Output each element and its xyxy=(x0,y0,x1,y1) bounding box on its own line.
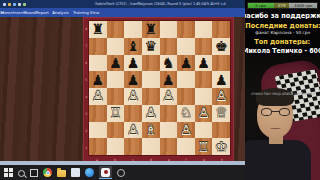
white-pawn-piece[interactable]: ♙ xyxy=(127,122,140,136)
chess-app-icon xyxy=(101,168,110,177)
search-icon[interactable] xyxy=(18,170,25,177)
qat-save-icon[interactable] xyxy=(13,3,16,6)
black-pawn-piece[interactable]: ♟ xyxy=(127,55,140,69)
black-pawn-piece[interactable]: ♟ xyxy=(109,55,122,69)
black-knight-piece[interactable]: ♞ xyxy=(162,55,175,69)
square-b8[interactable] xyxy=(107,21,125,38)
menu-item-board[interactable]: Board xyxy=(24,10,36,15)
square-b2[interactable] xyxy=(107,122,125,139)
square-c4[interactable]: ♙ xyxy=(124,88,142,105)
white-pawn-piece[interactable]: ♙ xyxy=(180,122,193,136)
square-f2[interactable]: ♙ xyxy=(177,122,195,139)
black-king-piece[interactable]: ♚ xyxy=(215,39,228,53)
qat-undo-icon[interactable] xyxy=(18,3,21,6)
square-e5[interactable]: ♟ xyxy=(160,71,178,88)
square-a6[interactable] xyxy=(89,55,107,72)
square-g4[interactable] xyxy=(195,88,213,105)
rank-label: 4 xyxy=(85,93,87,101)
square-h7[interactable]: ♚ xyxy=(212,38,230,55)
rank-label: 6 xyxy=(85,59,87,67)
square-e2[interactable] xyxy=(160,122,178,139)
qat-open-icon[interactable] xyxy=(8,3,11,6)
square-b7[interactable] xyxy=(107,38,125,55)
black-queen-piece[interactable]: ♛ xyxy=(144,39,157,53)
square-c6[interactable]: ♟ xyxy=(124,55,142,72)
webcam-feed: chess-fan-resp.diaka.ua/donate xyxy=(245,56,320,180)
square-d2[interactable]: ♗ xyxy=(142,122,160,139)
quick-access-toolbar xyxy=(3,3,26,6)
chess-app-taskbar-active[interactable] xyxy=(99,166,112,179)
square-c7[interactable]: ♝ xyxy=(124,38,142,55)
square-c1[interactable] xyxy=(124,138,142,155)
white-pawn-piece[interactable]: ♙ xyxy=(162,89,175,103)
square-b1[interactable] xyxy=(107,138,125,155)
square-d8[interactable]: ♜ xyxy=(142,21,160,38)
streamer-shirt xyxy=(245,140,311,180)
black-bishop-piece[interactable]: ♝ xyxy=(127,39,140,53)
white-pawn-piece[interactable]: ♙ xyxy=(127,89,140,103)
square-g1[interactable]: ♖ xyxy=(195,138,213,155)
rank-label: 7 xyxy=(85,42,87,50)
black-pawn-piece[interactable]: ♟ xyxy=(197,55,210,69)
square-a7[interactable] xyxy=(89,38,107,55)
qat-new-icon[interactable] xyxy=(3,3,6,6)
square-c5[interactable]: ♟ xyxy=(124,71,142,88)
square-a2[interactable] xyxy=(89,122,107,139)
square-a5[interactable]: ♟ xyxy=(89,71,107,88)
square-a8[interactable]: ♜ xyxy=(89,21,107,38)
rank-label: 8 xyxy=(85,25,87,33)
white-pawn-piece[interactable]: ♙ xyxy=(197,106,210,120)
square-f1[interactable] xyxy=(177,138,195,155)
menu-item-training[interactable]: Training xyxy=(73,10,89,15)
menu-item-analysis[interactable]: Analysis xyxy=(52,10,68,15)
square-f3[interactable]: ♘ xyxy=(177,105,195,122)
donation-goal-bar: 5 грн 279 1000 грн xyxy=(247,2,318,9)
qat-redo-icon[interactable] xyxy=(23,3,26,6)
chess-app-window: GabrielSork (2701) - IvanMalyzvan (2604)… xyxy=(0,0,245,180)
white-rook-piece[interactable]: ♖ xyxy=(109,106,122,120)
rank-label: 3 xyxy=(85,110,87,118)
square-f7[interactable] xyxy=(177,38,195,55)
square-b6[interactable]: ♟ xyxy=(107,55,125,72)
app-content: 87654321 abcdefgh ♜♜♝♛♚♟♟♞♟♟♟♟♟♟♙♙♙♙♖♙♘♙… xyxy=(0,17,245,165)
white-pawn-piece[interactable]: ♙ xyxy=(92,89,105,103)
square-d1[interactable] xyxy=(142,138,160,155)
square-c2[interactable]: ♙ xyxy=(124,122,142,139)
rank-label: 5 xyxy=(85,76,87,84)
thanks-text: Спасибо за поддержку! xyxy=(245,12,320,20)
square-d6[interactable] xyxy=(142,55,160,72)
screen: GabrielSork (2701) - IvanMalyzvan (2604)… xyxy=(0,0,320,180)
chess-board[interactable]: 87654321 abcdefgh ♜♜♝♛♚♟♟♞♟♟♟♟♟♟♙♙♙♙♖♙♘♙… xyxy=(83,17,234,163)
black-pawn-piece[interactable]: ♟ xyxy=(215,72,228,86)
start-button-icon[interactable] xyxy=(4,168,13,177)
square-d3[interactable]: ♙ xyxy=(142,105,160,122)
square-e8[interactable] xyxy=(160,21,178,38)
square-g6[interactable]: ♟ xyxy=(195,55,213,72)
titlebar: GabrielSork (2701) - IvanMalyzvan (2604)… xyxy=(0,0,245,8)
file-explorer-icon[interactable] xyxy=(57,170,66,177)
square-a3[interactable] xyxy=(89,105,107,122)
chrome-icon[interactable] xyxy=(43,168,52,177)
white-bishop-piece[interactable]: ♗ xyxy=(144,122,157,136)
white-king-piece[interactable]: ♔ xyxy=(215,139,228,153)
goal-target-segment: 1000 грн xyxy=(289,3,317,8)
square-g3[interactable]: ♙ xyxy=(195,105,213,122)
square-h5[interactable]: ♟ xyxy=(212,71,230,88)
taskbar xyxy=(0,165,245,180)
black-pawn-piece[interactable]: ♟ xyxy=(162,72,175,86)
board-grid[interactable]: ♜♜♝♛♚♟♟♞♟♟♟♟♟♟♙♙♙♙♖♙♘♙♕♙♗♙♖♔ xyxy=(88,20,231,156)
square-a4[interactable]: ♙ xyxy=(89,88,107,105)
square-h2[interactable] xyxy=(212,122,230,139)
menu-bar: FileHomeInsertBoardReportAnalysisTrainin… xyxy=(0,8,245,17)
recent-donation-entry: фанат Карлсона - 50 грн xyxy=(255,31,310,36)
square-d5[interactable] xyxy=(142,71,160,88)
black-pawn-piece[interactable]: ♟ xyxy=(92,72,105,86)
streamer-hair xyxy=(256,88,294,106)
square-h1[interactable]: ♔ xyxy=(212,138,230,155)
square-b5[interactable] xyxy=(107,71,125,88)
square-f4[interactable] xyxy=(177,88,195,105)
square-e4[interactable]: ♙ xyxy=(160,88,178,105)
black-pawn-piece[interactable]: ♟ xyxy=(180,55,193,69)
square-e6[interactable]: ♞ xyxy=(160,55,178,72)
top-donators-header: Топ донатеры: xyxy=(254,38,310,46)
square-g2[interactable] xyxy=(195,122,213,139)
task-view-icon[interactable] xyxy=(30,169,38,177)
white-pawn-piece[interactable]: ♙ xyxy=(215,89,228,103)
square-h4[interactable]: ♙ xyxy=(212,88,230,105)
square-a1[interactable] xyxy=(89,138,107,155)
square-f8[interactable] xyxy=(177,21,195,38)
donate-link: chess-fan-resp.diaka.ua/donate xyxy=(251,91,315,96)
window-title: GabrielSork (2701) - IvanMalyzvan (2604)… xyxy=(94,2,226,5)
square-e7[interactable] xyxy=(160,38,178,55)
rank-label: 1 xyxy=(85,144,87,152)
square-b4[interactable] xyxy=(107,88,125,105)
black-rook-piece[interactable]: ♜ xyxy=(144,22,157,36)
square-h8[interactable] xyxy=(212,21,230,38)
rank-labels: 87654321 xyxy=(84,20,88,156)
square-g8[interactable] xyxy=(195,21,213,38)
goal-raised-label: 5 грн xyxy=(256,3,267,7)
goal-target-label: 1000 грн xyxy=(294,3,312,7)
menu-item-view[interactable]: View xyxy=(89,10,98,15)
square-c8[interactable] xyxy=(124,21,142,38)
obs-icon[interactable] xyxy=(117,169,125,177)
white-rook-piece[interactable]: ♖ xyxy=(197,139,210,153)
white-pawn-piece[interactable]: ♙ xyxy=(144,106,157,120)
photos-app-icon[interactable] xyxy=(71,168,80,177)
square-e3[interactable] xyxy=(160,105,178,122)
black-pawn-piece[interactable]: ♟ xyxy=(127,72,140,86)
top-donator-entry: Микола Тепичко - 600 xyxy=(245,48,320,55)
menu-item-insert[interactable]: Insert xyxy=(13,10,24,15)
goal-raised-segment: 5 грн xyxy=(248,3,274,8)
menu-item-home[interactable]: Home xyxy=(1,10,13,15)
square-g5[interactable] xyxy=(195,71,213,88)
black-rook-piece[interactable]: ♜ xyxy=(92,22,105,36)
stream-overlay-panel: 5 грн 279 1000 грн Спасибо за поддержку!… xyxy=(245,0,320,180)
square-h3[interactable]: ♕ xyxy=(212,105,230,122)
square-d7[interactable]: ♛ xyxy=(142,38,160,55)
square-f5[interactable] xyxy=(177,71,195,88)
goal-progress-segment: 279 xyxy=(274,3,289,8)
edge-icon[interactable] xyxy=(85,168,94,177)
goal-progress-label: 279 xyxy=(278,3,285,7)
square-h6[interactable] xyxy=(212,55,230,72)
square-d4[interactable] xyxy=(142,88,160,105)
white-knight-piece[interactable]: ♘ xyxy=(180,106,193,120)
square-e1[interactable] xyxy=(160,138,178,155)
rank-label: 2 xyxy=(85,127,87,135)
recent-donations-header: Последние донаты: xyxy=(245,22,320,30)
square-b3[interactable]: ♖ xyxy=(107,105,125,122)
menu-item-report[interactable]: Report xyxy=(36,10,49,15)
streamer-mouth xyxy=(270,126,281,129)
square-g7[interactable] xyxy=(195,38,213,55)
square-f6[interactable]: ♟ xyxy=(177,55,195,72)
glasses xyxy=(261,108,290,117)
square-c3[interactable] xyxy=(124,105,142,122)
white-queen-piece[interactable]: ♕ xyxy=(215,106,228,120)
